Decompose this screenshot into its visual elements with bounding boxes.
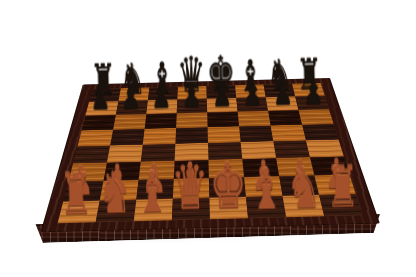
square-f6[interactable] bbox=[238, 111, 271, 126]
square-h1[interactable]: ♜ bbox=[319, 194, 362, 216]
square-f7[interactable]: ♟ bbox=[236, 97, 268, 111]
square-c6[interactable] bbox=[145, 113, 177, 129]
square-e5[interactable] bbox=[208, 126, 241, 143]
square-e1[interactable]: ♚ bbox=[209, 197, 248, 219]
chess-board: ♜♞♝♛♚♝♞♜♟♟♟♟♟♟♟♟♟♟♟♟♟♟♟♟♜♞♝♛♚♝♞♜ bbox=[41, 78, 380, 232]
square-d6[interactable] bbox=[176, 113, 207, 129]
piece-black-pawn[interactable]: ♟ bbox=[211, 77, 232, 112]
piece-red-knight[interactable]: ♞ bbox=[97, 165, 132, 222]
square-h5[interactable] bbox=[302, 124, 338, 140]
square-a5[interactable] bbox=[77, 130, 113, 147]
square-g7[interactable]: ♟ bbox=[266, 97, 299, 111]
square-g5[interactable] bbox=[271, 125, 306, 142]
square-c7[interactable]: ♟ bbox=[146, 100, 177, 115]
square-f5[interactable] bbox=[239, 126, 273, 143]
piece-black-pawn[interactable]: ♟ bbox=[90, 81, 111, 116]
square-a7[interactable]: ♟ bbox=[85, 101, 118, 116]
square-h6[interactable] bbox=[299, 109, 334, 124]
square-c1[interactable]: ♝ bbox=[134, 199, 173, 221]
piece-red-king[interactable]: ♚ bbox=[209, 155, 248, 219]
square-b7[interactable]: ♟ bbox=[116, 100, 148, 115]
square-b6[interactable] bbox=[113, 114, 146, 130]
square-d1[interactable]: ♛ bbox=[172, 198, 210, 220]
piece-black-pawn[interactable]: ♟ bbox=[303, 75, 324, 110]
square-g6[interactable] bbox=[268, 110, 302, 125]
piece-black-pawn[interactable]: ♟ bbox=[181, 78, 202, 113]
square-e7[interactable]: ♟ bbox=[207, 98, 238, 113]
square-d7[interactable]: ♟ bbox=[177, 99, 207, 114]
square-d5[interactable] bbox=[175, 127, 208, 144]
piece-black-pawn[interactable]: ♟ bbox=[272, 76, 293, 111]
square-f1[interactable]: ♝ bbox=[246, 196, 286, 218]
piece-red-queen[interactable]: ♛ bbox=[171, 156, 210, 220]
piece-red-bishop[interactable]: ♝ bbox=[249, 161, 284, 218]
square-g1[interactable]: ♞ bbox=[283, 195, 325, 217]
piece-black-pawn[interactable]: ♟ bbox=[151, 79, 172, 114]
board-grid: ♜♞♝♛♚♝♞♜♟♟♟♟♟♟♟♟♟♟♟♟♟♟♟♟♜♞♝♛♚♝♞♜ bbox=[58, 83, 363, 223]
square-b5[interactable] bbox=[110, 129, 144, 146]
square-c5[interactable] bbox=[143, 128, 176, 145]
square-b1[interactable]: ♞ bbox=[96, 200, 137, 222]
piece-red-knight[interactable]: ♞ bbox=[287, 160, 322, 217]
piece-black-pawn[interactable]: ♟ bbox=[120, 80, 141, 115]
piece-red-rook[interactable]: ♜ bbox=[325, 159, 360, 216]
board-perspective-wrapper: ♜♞♝♛♚♝♞♜♟♟♟♟♟♟♟♟♟♟♟♟♟♟♟♟♜♞♝♛♚♝♞♜ bbox=[61, 0, 354, 277]
chess-set-photo: ♜♞♝♛♚♝♞♜♟♟♟♟♟♟♟♟♟♟♟♟♟♟♟♟♜♞♝♛♚♝♞♜ bbox=[0, 0, 416, 277]
piece-red-bishop[interactable]: ♝ bbox=[135, 164, 170, 221]
square-a6[interactable] bbox=[82, 115, 116, 131]
square-e6[interactable] bbox=[207, 112, 239, 127]
square-h7[interactable]: ♟ bbox=[295, 96, 329, 110]
piece-black-pawn[interactable]: ♟ bbox=[242, 77, 263, 112]
square-a1[interactable]: ♜ bbox=[58, 201, 100, 223]
piece-red-rook[interactable]: ♜ bbox=[59, 166, 94, 223]
